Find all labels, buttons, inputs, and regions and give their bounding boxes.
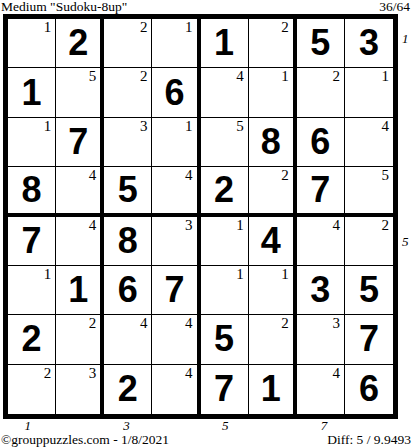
pencil-mark: 2: [281, 168, 289, 183]
cell-value: 6: [345, 365, 393, 414]
cell-r1c5[interactable]: 1: [201, 19, 249, 68]
cell-r2c3[interactable]: 2: [104, 68, 152, 117]
cell-r8c6[interactable]: 1: [249, 365, 297, 414]
cell-r5c1[interactable]: 7: [8, 217, 56, 266]
cell-value: 4: [249, 217, 293, 265]
pencil-mark: 4: [89, 168, 97, 183]
cell-r1c3[interactable]: 2: [104, 19, 152, 68]
cell-value: 6: [104, 266, 151, 314]
pencil-mark: 1: [44, 267, 52, 282]
cell-value: 1: [249, 365, 293, 414]
cell-r3c4[interactable]: 1: [152, 118, 200, 167]
cell-r6c2[interactable]: 1: [56, 266, 104, 315]
cell-value: 3: [345, 19, 393, 67]
cell-r8c3[interactable]: 2: [104, 365, 152, 414]
cell-r5c7[interactable]: 4: [297, 217, 345, 266]
row-label-5: 5: [402, 234, 409, 250]
pencil-mark: 4: [185, 316, 193, 331]
column-label-7: 7: [321, 419, 328, 433]
cell-value: 2: [56, 19, 100, 67]
pencil-mark: 2: [332, 69, 340, 84]
cell-r3c7[interactable]: 6: [297, 118, 345, 167]
cell-r4c1[interactable]: 8: [8, 167, 56, 216]
pencil-mark: 4: [382, 119, 390, 134]
cell-r2c1[interactable]: 1: [8, 68, 56, 117]
cell-r8c5[interactable]: 7: [201, 365, 249, 414]
cell-r3c2[interactable]: 7: [56, 118, 104, 167]
progress-counter: 36/64: [379, 0, 410, 14]
cell-r7c8[interactable]: 7: [345, 315, 393, 364]
column-label-5: 5: [222, 419, 229, 433]
pencil-mark: 3: [332, 316, 340, 331]
pencil-mark: 5: [236, 119, 244, 134]
cell-r1c1[interactable]: 1: [8, 19, 56, 68]
copyright-text: ©grouppuzzles.com - 1/8/2021: [1, 433, 169, 447]
cell-r6c1[interactable]: 1: [8, 266, 56, 315]
cell-value: 7: [8, 217, 55, 265]
column-label-3: 3: [123, 419, 130, 433]
cell-value: 1: [8, 68, 55, 116]
cell-r2c2[interactable]: 5: [56, 68, 104, 117]
cell-r6c4[interactable]: 7: [152, 266, 200, 315]
pencil-mark: 4: [89, 218, 97, 233]
cell-r4c4[interactable]: 4: [152, 167, 200, 216]
cell-r4c8[interactable]: 5: [345, 167, 393, 216]
column-coordinate-labels: 1357: [3, 419, 398, 433]
cell-r2c6[interactable]: 1: [249, 68, 297, 117]
cell-r4c7[interactable]: 7: [297, 167, 345, 216]
cell-r5c2[interactable]: 4: [56, 217, 104, 266]
cell-r5c4[interactable]: 3: [152, 217, 200, 266]
cell-r7c3[interactable]: 4: [104, 315, 152, 364]
sudoku-board: 1221125315264121173158648454227574831442…: [3, 14, 398, 419]
pencil-mark: 1: [185, 20, 193, 35]
cell-r2c5[interactable]: 4: [201, 68, 249, 117]
cell-value: 1: [201, 19, 248, 67]
cell-r5c6[interactable]: 4: [249, 217, 297, 266]
cell-r4c3[interactable]: 5: [104, 167, 152, 216]
pencil-mark: 5: [382, 168, 390, 183]
pencil-mark: 4: [140, 316, 148, 331]
cell-r8c8[interactable]: 6: [345, 365, 393, 414]
cell-value: 7: [345, 315, 393, 363]
cell-value: 1: [56, 266, 100, 314]
cell-r7c4[interactable]: 4: [152, 315, 200, 364]
cell-r3c8[interactable]: 4: [345, 118, 393, 167]
cell-r3c5[interactable]: 5: [201, 118, 249, 167]
cell-value: 2: [8, 315, 55, 363]
pencil-mark: 4: [236, 69, 244, 84]
cell-r6c5[interactable]: 1: [201, 266, 249, 315]
cell-r6c3[interactable]: 6: [104, 266, 152, 315]
cell-r7c1[interactable]: 2: [8, 315, 56, 364]
pencil-mark: 2: [89, 316, 97, 331]
cell-value: 7: [297, 167, 344, 212]
cell-r2c8[interactable]: 1: [345, 68, 393, 117]
pencil-mark: 2: [281, 20, 289, 35]
cell-r1c6[interactable]: 2: [249, 19, 297, 68]
pencil-mark: 5: [89, 69, 97, 84]
pencil-mark: 4: [185, 366, 193, 381]
cell-value: 8: [8, 167, 55, 212]
cell-r6c6[interactable]: 1: [249, 266, 297, 315]
cell-r7c5[interactable]: 5: [201, 315, 249, 364]
footer: ©grouppuzzles.com - 1/8/2021 Diff: 5 / 9…: [0, 433, 412, 447]
cell-value: 7: [56, 118, 100, 166]
cell-r8c2[interactable]: 3: [56, 365, 104, 414]
pencil-mark: 2: [44, 366, 52, 381]
cell-value: 5: [345, 266, 393, 314]
cell-r3c6[interactable]: 8: [249, 118, 297, 167]
cell-r5c3[interactable]: 8: [104, 217, 152, 266]
pencil-mark: 1: [236, 267, 244, 282]
cell-r1c7[interactable]: 5: [297, 19, 345, 68]
pencil-mark: 1: [281, 267, 289, 282]
difficulty-text: Diff: 5 / 9.9493: [327, 433, 411, 447]
cell-r4c2[interactable]: 4: [56, 167, 104, 216]
pencil-mark: 2: [140, 20, 148, 35]
cell-value: 5: [297, 19, 344, 67]
cell-value: 6: [297, 118, 344, 166]
header: Medium "Sudoku-8up" 36/64: [0, 0, 412, 14]
cell-r6c7[interactable]: 3: [297, 266, 345, 315]
cell-r2c4[interactable]: 6: [152, 68, 200, 117]
pencil-mark: 2: [140, 69, 148, 84]
pencil-mark: 4: [185, 168, 193, 183]
puzzle-title: Medium "Sudoku-8up": [1, 0, 127, 14]
cell-r2c7[interactable]: 2: [297, 68, 345, 117]
cell-r3c1[interactable]: 1: [8, 118, 56, 167]
pencil-mark: 2: [382, 218, 390, 233]
pencil-mark: 1: [382, 69, 390, 84]
row-label-1: 1: [402, 31, 409, 47]
cell-r1c2[interactable]: 2: [56, 19, 104, 68]
cell-value: 3: [297, 266, 344, 314]
cell-r1c4[interactable]: 1: [152, 19, 200, 68]
pencil-mark: 1: [236, 218, 244, 233]
pencil-mark: 4: [332, 366, 340, 381]
cell-r7c2[interactable]: 2: [56, 315, 104, 364]
cell-r4c5[interactable]: 2: [201, 167, 249, 216]
cell-value: 2: [104, 365, 151, 414]
cell-value: 5: [104, 167, 151, 212]
cell-r4c6[interactable]: 2: [249, 167, 297, 216]
cell-r5c5[interactable]: 1: [201, 217, 249, 266]
pencil-mark: 2: [281, 316, 289, 331]
cell-r8c4[interactable]: 4: [152, 365, 200, 414]
cell-value: 8: [104, 217, 151, 265]
cell-value: 5: [201, 315, 248, 363]
cell-r7c6[interactable]: 2: [249, 315, 297, 364]
pencil-mark: 3: [140, 119, 148, 134]
column-label-1: 1: [24, 419, 31, 433]
cell-r6c8[interactable]: 5: [345, 266, 393, 315]
row-coordinate-labels: 15: [400, 14, 412, 419]
pencil-mark: 1: [185, 119, 193, 134]
cell-r8c1[interactable]: 2: [8, 365, 56, 414]
cell-value: 6: [152, 68, 196, 116]
cell-r8c7[interactable]: 4: [297, 365, 345, 414]
pencil-mark: 3: [185, 218, 193, 233]
board-area: 1221125315264121173158648454227574831442…: [0, 14, 412, 433]
cell-r5c8[interactable]: 2: [345, 217, 393, 266]
cell-value: 2: [201, 167, 248, 212]
cell-r1c8[interactable]: 3: [345, 19, 393, 68]
cell-value: 7: [152, 266, 196, 314]
pencil-mark: 1: [281, 69, 289, 84]
cell-value: 7: [201, 365, 248, 414]
pencil-mark: 3: [89, 366, 97, 381]
cell-r7c7[interactable]: 3: [297, 315, 345, 364]
cell-value: 8: [249, 118, 293, 166]
pencil-mark: 1: [44, 119, 52, 134]
pencil-mark: 1: [44, 20, 52, 35]
pencil-mark: 4: [332, 218, 340, 233]
cell-r3c3[interactable]: 3: [104, 118, 152, 167]
